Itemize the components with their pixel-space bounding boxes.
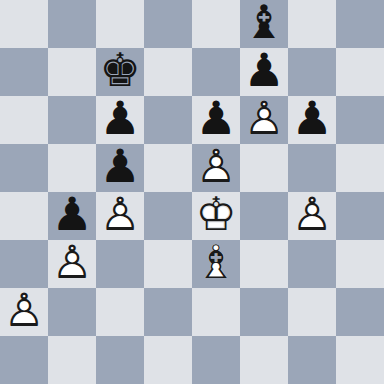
square-a2[interactable]: ♟♙ — [0, 288, 48, 336]
square-f2[interactable] — [240, 288, 288, 336]
black-pawn[interactable]: ♟ — [240, 48, 288, 96]
square-f3[interactable] — [240, 240, 288, 288]
square-d8[interactable] — [144, 0, 192, 48]
square-d6[interactable] — [144, 96, 192, 144]
square-f7[interactable]: ♟ — [240, 48, 288, 96]
white-pawn[interactable]: ♟♙ — [288, 192, 336, 240]
square-e7[interactable] — [192, 48, 240, 96]
white-king[interactable]: ♚♔ — [192, 192, 240, 240]
square-a5[interactable] — [0, 144, 48, 192]
square-e3[interactable]: ♝♗ — [192, 240, 240, 288]
square-a1[interactable] — [0, 336, 48, 384]
white-pawn[interactable]: ♟♙ — [96, 192, 144, 240]
square-a8[interactable] — [0, 0, 48, 48]
black-pawn[interactable]: ♟ — [96, 96, 144, 144]
square-c8[interactable] — [96, 0, 144, 48]
square-c5[interactable]: ♟ — [96, 144, 144, 192]
black-king[interactable]: ♚ — [96, 48, 144, 96]
square-f1[interactable] — [240, 336, 288, 384]
square-h2[interactable] — [336, 288, 384, 336]
black-pawn[interactable]: ♟ — [288, 96, 336, 144]
black-pawn[interactable]: ♟ — [48, 192, 96, 240]
square-h1[interactable] — [336, 336, 384, 384]
square-g7[interactable] — [288, 48, 336, 96]
black-bishop[interactable]: ♝ — [240, 0, 288, 48]
white-bishop[interactable]: ♝♗ — [192, 240, 240, 288]
square-d3[interactable] — [144, 240, 192, 288]
square-a4[interactable] — [0, 192, 48, 240]
square-e8[interactable] — [192, 0, 240, 48]
square-b1[interactable] — [48, 336, 96, 384]
square-d2[interactable] — [144, 288, 192, 336]
square-b8[interactable] — [48, 0, 96, 48]
square-g3[interactable] — [288, 240, 336, 288]
square-c7[interactable]: ♚ — [96, 48, 144, 96]
square-d5[interactable] — [144, 144, 192, 192]
square-a3[interactable] — [0, 240, 48, 288]
square-e4[interactable]: ♚♔ — [192, 192, 240, 240]
square-g4[interactable]: ♟♙ — [288, 192, 336, 240]
square-b3[interactable]: ♟♙ — [48, 240, 96, 288]
square-g2[interactable] — [288, 288, 336, 336]
square-f5[interactable] — [240, 144, 288, 192]
chess-board: ♝♚♟♟♟♟♙♟♟♟♙♟♟♙♚♔♟♙♟♙♝♗♟♙ — [0, 0, 384, 384]
white-pawn[interactable]: ♟♙ — [0, 288, 48, 336]
square-c4[interactable]: ♟♙ — [96, 192, 144, 240]
square-e2[interactable] — [192, 288, 240, 336]
square-b7[interactable] — [48, 48, 96, 96]
square-c1[interactable] — [96, 336, 144, 384]
square-a6[interactable] — [0, 96, 48, 144]
square-c6[interactable]: ♟ — [96, 96, 144, 144]
square-b5[interactable] — [48, 144, 96, 192]
square-g8[interactable] — [288, 0, 336, 48]
square-c3[interactable] — [96, 240, 144, 288]
square-h8[interactable] — [336, 0, 384, 48]
square-d4[interactable] — [144, 192, 192, 240]
square-b6[interactable] — [48, 96, 96, 144]
white-pawn[interactable]: ♟♙ — [240, 96, 288, 144]
square-h6[interactable] — [336, 96, 384, 144]
black-pawn[interactable]: ♟ — [96, 144, 144, 192]
square-e6[interactable]: ♟ — [192, 96, 240, 144]
square-e1[interactable] — [192, 336, 240, 384]
square-f6[interactable]: ♟♙ — [240, 96, 288, 144]
square-f8[interactable]: ♝ — [240, 0, 288, 48]
square-g5[interactable] — [288, 144, 336, 192]
square-e5[interactable]: ♟♙ — [192, 144, 240, 192]
square-h4[interactable] — [336, 192, 384, 240]
square-f4[interactable] — [240, 192, 288, 240]
white-pawn[interactable]: ♟♙ — [192, 144, 240, 192]
square-b2[interactable] — [48, 288, 96, 336]
square-b4[interactable]: ♟ — [48, 192, 96, 240]
square-h7[interactable] — [336, 48, 384, 96]
black-pawn[interactable]: ♟ — [192, 96, 240, 144]
white-pawn[interactable]: ♟♙ — [48, 240, 96, 288]
square-h5[interactable] — [336, 144, 384, 192]
square-g1[interactable] — [288, 336, 336, 384]
square-h3[interactable] — [336, 240, 384, 288]
square-d7[interactable] — [144, 48, 192, 96]
square-a7[interactable] — [0, 48, 48, 96]
square-g6[interactable]: ♟ — [288, 96, 336, 144]
square-c2[interactable] — [96, 288, 144, 336]
square-d1[interactable] — [144, 336, 192, 384]
